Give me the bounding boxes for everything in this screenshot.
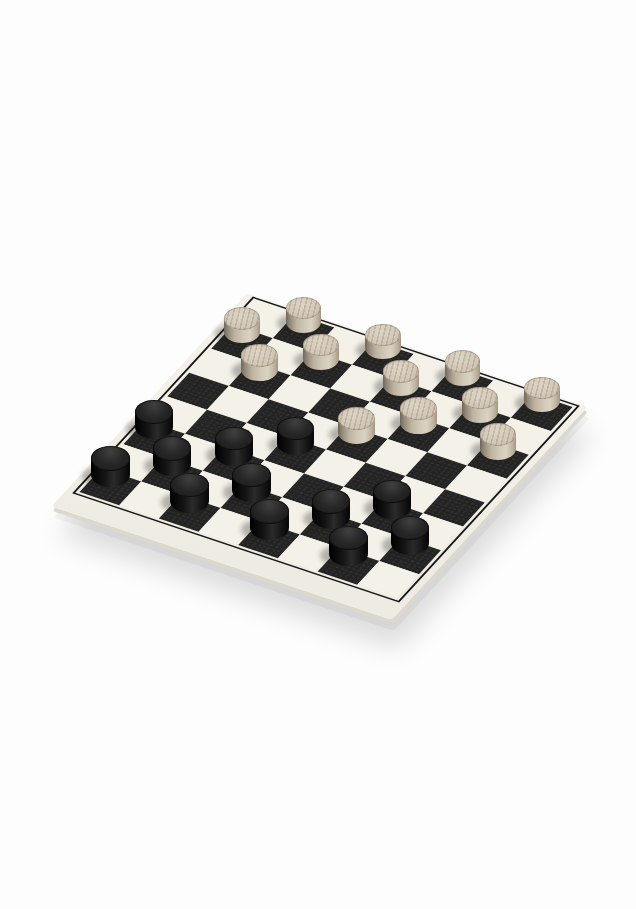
piece-top-face bbox=[400, 397, 437, 420]
piece-top-face bbox=[383, 360, 419, 383]
piece-top-face bbox=[153, 436, 192, 460]
piece-top-face bbox=[480, 423, 517, 446]
piece-top-face bbox=[277, 417, 315, 441]
wood-checker[interactable] bbox=[338, 407, 375, 445]
piece-top-face bbox=[312, 489, 351, 513]
black-checker[interactable] bbox=[250, 499, 289, 539]
black-checker[interactable] bbox=[373, 480, 411, 519]
black-checker[interactable] bbox=[277, 417, 315, 455]
wood-checker[interactable] bbox=[241, 344, 278, 381]
piece-top-face bbox=[91, 446, 130, 471]
wood-checker[interactable] bbox=[224, 307, 260, 343]
black-checker[interactable] bbox=[215, 427, 253, 466]
piece-top-face bbox=[232, 463, 271, 487]
piece-top-face bbox=[215, 427, 253, 451]
wood-checker[interactable] bbox=[524, 377, 560, 413]
photo-stage bbox=[0, 0, 636, 909]
wood-checker[interactable] bbox=[400, 397, 437, 434]
piece-top-face bbox=[445, 350, 481, 372]
wood-checker[interactable] bbox=[480, 423, 517, 460]
piece-top-face bbox=[135, 400, 173, 424]
wood-checker[interactable] bbox=[365, 324, 401, 360]
wood-checker[interactable] bbox=[445, 350, 481, 386]
black-checker[interactable] bbox=[153, 436, 192, 476]
wood-checker[interactable] bbox=[462, 387, 498, 423]
black-checker[interactable] bbox=[91, 446, 130, 486]
piece-top-face bbox=[524, 377, 560, 399]
piece-top-face bbox=[365, 324, 401, 346]
piece-top-face bbox=[224, 307, 260, 330]
wood-checker[interactable] bbox=[286, 297, 322, 333]
black-checker[interactable] bbox=[135, 400, 173, 439]
wood-checker[interactable] bbox=[303, 334, 339, 370]
black-checker[interactable] bbox=[232, 463, 271, 503]
black-checker[interactable] bbox=[391, 516, 430, 556]
piece-top-face bbox=[250, 499, 289, 524]
wood-checker[interactable] bbox=[383, 360, 419, 396]
black-checker[interactable] bbox=[312, 489, 351, 529]
black-checker[interactable] bbox=[170, 473, 209, 513]
piece-top-face bbox=[338, 407, 375, 430]
piece-top-face bbox=[241, 344, 278, 367]
piece-top-face bbox=[462, 387, 498, 410]
black-checker[interactable] bbox=[329, 526, 368, 566]
